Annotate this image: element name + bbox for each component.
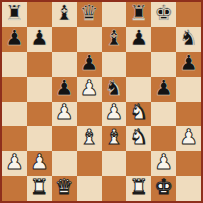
square-d8[interactable]: ♛ xyxy=(77,2,102,27)
square-c1[interactable]: ♛ xyxy=(52,176,77,201)
black-pawn: ♟ xyxy=(129,28,148,49)
square-b2[interactable]: ♟ xyxy=(27,151,52,176)
square-g5[interactable]: ♟ xyxy=(151,77,176,102)
square-h8[interactable] xyxy=(176,2,201,27)
square-c6[interactable] xyxy=(52,52,77,77)
square-g7[interactable] xyxy=(151,27,176,52)
white-queen: ♛ xyxy=(55,177,74,198)
square-b5[interactable] xyxy=(27,77,52,102)
square-g1[interactable]: ♚ xyxy=(151,176,176,201)
white-rook: ♜ xyxy=(129,177,148,198)
white-knight: ♞ xyxy=(129,127,148,148)
square-d2[interactable] xyxy=(77,151,102,176)
white-bishop: ♝ xyxy=(80,127,99,148)
board-frame: ♜♝♛♜♚♟♟♝♟♞♟♟♟♟♞♟♟♟♞♝♝♞♟♟♟♟♜♛♜♚ xyxy=(0,0,203,203)
square-f1[interactable]: ♜ xyxy=(126,176,151,201)
white-pawn: ♟ xyxy=(80,78,99,99)
square-f8[interactable]: ♜ xyxy=(126,2,151,27)
square-d6[interactable]: ♟ xyxy=(77,52,102,77)
square-d5[interactable]: ♟ xyxy=(77,77,102,102)
black-rook: ♜ xyxy=(5,3,24,24)
square-c3[interactable] xyxy=(52,126,77,151)
square-b8[interactable] xyxy=(27,2,52,27)
square-c4[interactable]: ♟ xyxy=(52,102,77,127)
square-b4[interactable] xyxy=(27,102,52,127)
white-pawn: ♟ xyxy=(154,152,173,173)
square-f6[interactable] xyxy=(126,52,151,77)
square-h2[interactable] xyxy=(176,151,201,176)
black-pawn: ♟ xyxy=(154,78,173,99)
square-g8[interactable]: ♚ xyxy=(151,2,176,27)
black-pawn: ♟ xyxy=(55,78,74,99)
square-f3[interactable]: ♞ xyxy=(126,126,151,151)
square-a7[interactable]: ♟ xyxy=(2,27,27,52)
square-g4[interactable] xyxy=(151,102,176,127)
black-rook: ♜ xyxy=(129,3,148,24)
white-rook: ♜ xyxy=(30,177,49,198)
black-pawn: ♟ xyxy=(5,28,24,49)
square-h4[interactable] xyxy=(176,102,201,127)
black-pawn: ♟ xyxy=(30,28,49,49)
black-bishop: ♝ xyxy=(105,28,124,49)
square-c8[interactable]: ♝ xyxy=(52,2,77,27)
square-h1[interactable] xyxy=(176,176,201,201)
white-king: ♚ xyxy=(154,177,173,198)
square-h5[interactable] xyxy=(176,77,201,102)
square-a1[interactable] xyxy=(2,176,27,201)
square-g2[interactable]: ♟ xyxy=(151,151,176,176)
square-e3[interactable]: ♝ xyxy=(102,126,127,151)
white-knight: ♞ xyxy=(129,102,148,123)
square-b3[interactable] xyxy=(27,126,52,151)
square-e8[interactable] xyxy=(102,2,127,27)
square-a2[interactable]: ♟ xyxy=(2,151,27,176)
square-d4[interactable] xyxy=(77,102,102,127)
square-f7[interactable]: ♟ xyxy=(126,27,151,52)
black-queen: ♛ xyxy=(80,3,99,24)
square-a3[interactable] xyxy=(2,126,27,151)
square-b1[interactable]: ♜ xyxy=(27,176,52,201)
black-knight: ♞ xyxy=(105,78,124,99)
square-c2[interactable] xyxy=(52,151,77,176)
square-d7[interactable] xyxy=(77,27,102,52)
black-pawn: ♟ xyxy=(179,53,198,74)
black-king: ♚ xyxy=(154,3,173,24)
chess-board: ♜♝♛♜♚♟♟♝♟♞♟♟♟♟♞♟♟♟♞♝♝♞♟♟♟♟♜♛♜♚ xyxy=(2,2,201,201)
square-c7[interactable] xyxy=(52,27,77,52)
black-pawn: ♟ xyxy=(80,53,99,74)
square-e4[interactable]: ♟ xyxy=(102,102,127,127)
square-g6[interactable] xyxy=(151,52,176,77)
square-a8[interactable]: ♜ xyxy=(2,2,27,27)
black-bishop: ♝ xyxy=(55,3,74,24)
square-e1[interactable] xyxy=(102,176,127,201)
square-g3[interactable] xyxy=(151,126,176,151)
white-pawn: ♟ xyxy=(179,127,198,148)
square-a4[interactable] xyxy=(2,102,27,127)
square-h6[interactable]: ♟ xyxy=(176,52,201,77)
square-e6[interactable] xyxy=(102,52,127,77)
square-e2[interactable] xyxy=(102,151,127,176)
square-c5[interactable]: ♟ xyxy=(52,77,77,102)
white-pawn: ♟ xyxy=(55,102,74,123)
square-h3[interactable]: ♟ xyxy=(176,126,201,151)
square-a6[interactable] xyxy=(2,52,27,77)
square-f2[interactable] xyxy=(126,151,151,176)
square-f4[interactable]: ♞ xyxy=(126,102,151,127)
white-pawn: ♟ xyxy=(5,152,24,173)
white-pawn: ♟ xyxy=(30,152,49,173)
square-b6[interactable] xyxy=(27,52,52,77)
white-pawn: ♟ xyxy=(105,102,124,123)
square-b7[interactable]: ♟ xyxy=(27,27,52,52)
square-f5[interactable] xyxy=(126,77,151,102)
square-e7[interactable]: ♝ xyxy=(102,27,127,52)
square-h7[interactable]: ♞ xyxy=(176,27,201,52)
square-a5[interactable] xyxy=(2,77,27,102)
black-knight: ♞ xyxy=(179,28,198,49)
square-d3[interactable]: ♝ xyxy=(77,126,102,151)
square-d1[interactable] xyxy=(77,176,102,201)
square-e5[interactable]: ♞ xyxy=(102,77,127,102)
white-bishop: ♝ xyxy=(105,127,124,148)
